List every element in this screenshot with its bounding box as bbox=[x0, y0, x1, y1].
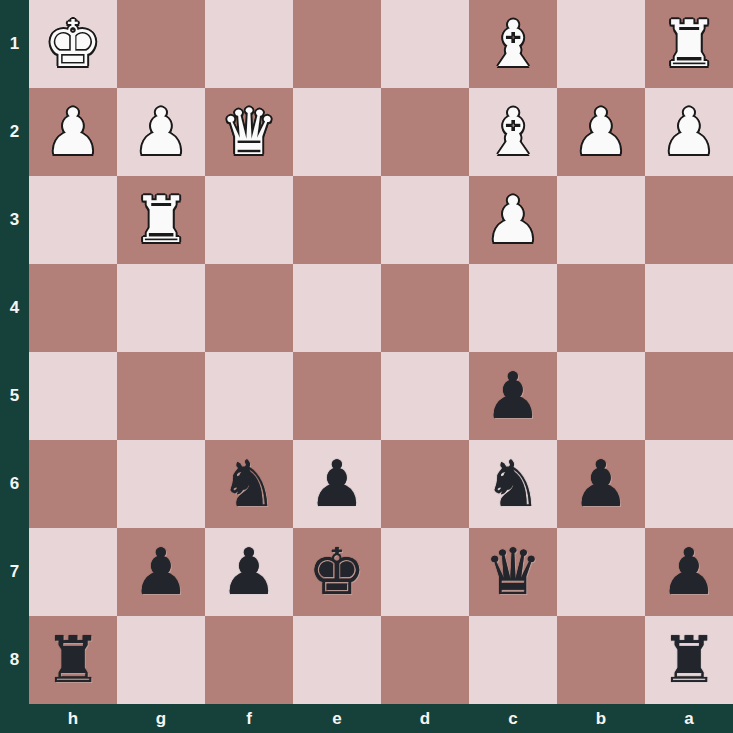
square-h5[interactable] bbox=[29, 352, 117, 440]
square-f4[interactable] bbox=[205, 264, 293, 352]
square-g5[interactable] bbox=[117, 352, 205, 440]
file-label-h: h bbox=[29, 704, 117, 733]
rank-label-7: 7 bbox=[0, 528, 29, 616]
square-b6[interactable]: ♟ bbox=[557, 440, 645, 528]
square-f3[interactable] bbox=[205, 176, 293, 264]
white-bishop-c2[interactable]: ♝ bbox=[484, 88, 541, 176]
black-pawn-b6[interactable]: ♟ bbox=[572, 440, 629, 528]
square-d7[interactable] bbox=[381, 528, 469, 616]
square-a4[interactable] bbox=[645, 264, 733, 352]
file-label-f: f bbox=[205, 704, 293, 733]
black-king-e7[interactable]: ♚ bbox=[308, 528, 365, 616]
square-h8[interactable]: ♜ bbox=[29, 616, 117, 704]
white-bishop-c1[interactable]: ♝ bbox=[484, 0, 541, 88]
square-d2[interactable] bbox=[381, 88, 469, 176]
square-b8[interactable] bbox=[557, 616, 645, 704]
board-corner bbox=[0, 704, 29, 733]
square-f8[interactable] bbox=[205, 616, 293, 704]
black-pawn-g7[interactable]: ♟ bbox=[132, 528, 189, 616]
rank-label-8: 8 bbox=[0, 616, 29, 704]
rank-label-5: 5 bbox=[0, 352, 29, 440]
white-rook-a1[interactable]: ♜ bbox=[660, 0, 717, 88]
square-b1[interactable] bbox=[557, 0, 645, 88]
square-e7[interactable]: ♚ bbox=[293, 528, 381, 616]
square-e1[interactable] bbox=[293, 0, 381, 88]
white-rook-g3[interactable]: ♜ bbox=[132, 176, 189, 264]
file-label-d: d bbox=[381, 704, 469, 733]
square-e5[interactable] bbox=[293, 352, 381, 440]
square-g4[interactable] bbox=[117, 264, 205, 352]
square-a6[interactable] bbox=[645, 440, 733, 528]
square-e2[interactable] bbox=[293, 88, 381, 176]
square-d4[interactable] bbox=[381, 264, 469, 352]
square-a8[interactable]: ♜ bbox=[645, 616, 733, 704]
square-h6[interactable] bbox=[29, 440, 117, 528]
square-d6[interactable] bbox=[381, 440, 469, 528]
square-h3[interactable] bbox=[29, 176, 117, 264]
black-queen-c7[interactable]: ♛ bbox=[484, 528, 541, 616]
file-label-b: b bbox=[557, 704, 645, 733]
white-pawn-g2[interactable]: ♟ bbox=[132, 88, 189, 176]
square-f7[interactable]: ♟ bbox=[205, 528, 293, 616]
rank-label-3: 3 bbox=[0, 176, 29, 264]
black-rook-a8[interactable]: ♜ bbox=[660, 616, 717, 704]
square-a3[interactable] bbox=[645, 176, 733, 264]
rank-label-1: 1 bbox=[0, 0, 29, 88]
rank-label-4: 4 bbox=[0, 264, 29, 352]
square-g8[interactable] bbox=[117, 616, 205, 704]
chess-board: 1♚♝♜2♟♟♛♝♟♟3♜♟45♟6♞♟♞♟7♟♟♚♛♟8♜♜hgfedcba bbox=[0, 0, 733, 733]
white-queen-f2[interactable]: ♛ bbox=[220, 88, 277, 176]
square-e3[interactable] bbox=[293, 176, 381, 264]
square-f1[interactable] bbox=[205, 0, 293, 88]
square-f5[interactable] bbox=[205, 352, 293, 440]
black-pawn-f7[interactable]: ♟ bbox=[220, 528, 277, 616]
square-h1[interactable]: ♚ bbox=[29, 0, 117, 88]
black-rook-h8[interactable]: ♜ bbox=[44, 616, 101, 704]
square-b5[interactable] bbox=[557, 352, 645, 440]
square-e8[interactable] bbox=[293, 616, 381, 704]
square-a7[interactable]: ♟ bbox=[645, 528, 733, 616]
square-d8[interactable] bbox=[381, 616, 469, 704]
square-g6[interactable] bbox=[117, 440, 205, 528]
square-a2[interactable]: ♟ bbox=[645, 88, 733, 176]
square-c7[interactable]: ♛ bbox=[469, 528, 557, 616]
black-knight-f6[interactable]: ♞ bbox=[220, 440, 277, 528]
file-label-c: c bbox=[469, 704, 557, 733]
square-e6[interactable]: ♟ bbox=[293, 440, 381, 528]
white-pawn-c3[interactable]: ♟ bbox=[484, 176, 541, 264]
square-d5[interactable] bbox=[381, 352, 469, 440]
square-c8[interactable] bbox=[469, 616, 557, 704]
black-pawn-e6[interactable]: ♟ bbox=[308, 440, 365, 528]
square-d1[interactable] bbox=[381, 0, 469, 88]
square-f6[interactable]: ♞ bbox=[205, 440, 293, 528]
black-pawn-a7[interactable]: ♟ bbox=[660, 528, 717, 616]
white-pawn-b2[interactable]: ♟ bbox=[572, 88, 629, 176]
square-c1[interactable]: ♝ bbox=[469, 0, 557, 88]
square-b3[interactable] bbox=[557, 176, 645, 264]
white-pawn-h2[interactable]: ♟ bbox=[44, 88, 101, 176]
square-h2[interactable]: ♟ bbox=[29, 88, 117, 176]
square-h4[interactable] bbox=[29, 264, 117, 352]
square-g7[interactable]: ♟ bbox=[117, 528, 205, 616]
square-c2[interactable]: ♝ bbox=[469, 88, 557, 176]
rank-label-2: 2 bbox=[0, 88, 29, 176]
square-h7[interactable] bbox=[29, 528, 117, 616]
square-a1[interactable]: ♜ bbox=[645, 0, 733, 88]
square-f2[interactable]: ♛ bbox=[205, 88, 293, 176]
square-a5[interactable] bbox=[645, 352, 733, 440]
square-b4[interactable] bbox=[557, 264, 645, 352]
black-pawn-c5[interactable]: ♟ bbox=[484, 352, 541, 440]
file-label-g: g bbox=[117, 704, 205, 733]
rank-label-6: 6 bbox=[0, 440, 29, 528]
file-label-e: e bbox=[293, 704, 381, 733]
square-b2[interactable]: ♟ bbox=[557, 88, 645, 176]
square-c5[interactable]: ♟ bbox=[469, 352, 557, 440]
white-pawn-a2[interactable]: ♟ bbox=[660, 88, 717, 176]
file-label-a: a bbox=[645, 704, 733, 733]
square-c3[interactable]: ♟ bbox=[469, 176, 557, 264]
square-g3[interactable]: ♜ bbox=[117, 176, 205, 264]
square-c6[interactable]: ♞ bbox=[469, 440, 557, 528]
square-d3[interactable] bbox=[381, 176, 469, 264]
black-knight-c6[interactable]: ♞ bbox=[484, 440, 541, 528]
square-c4[interactable] bbox=[469, 264, 557, 352]
square-g2[interactable]: ♟ bbox=[117, 88, 205, 176]
square-b7[interactable] bbox=[557, 528, 645, 616]
square-g1[interactable] bbox=[117, 0, 205, 88]
white-king-h1[interactable]: ♚ bbox=[44, 0, 101, 88]
square-e4[interactable] bbox=[293, 264, 381, 352]
